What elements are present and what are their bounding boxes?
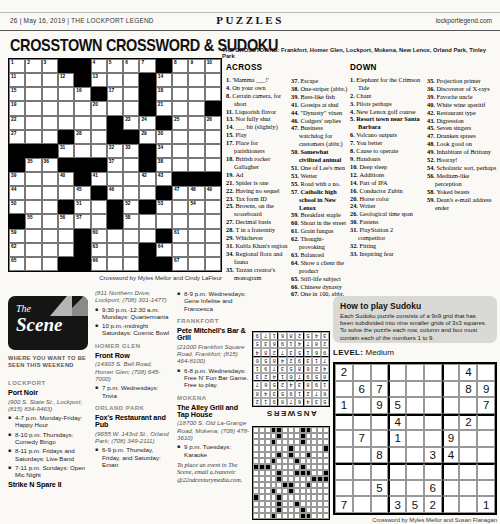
crossword-cell-7-11[interactable] [172, 144, 188, 158]
crossword-cell-12-9[interactable] [139, 214, 155, 228]
crossword-cell-14-10[interactable]: 64 [156, 243, 172, 257]
sudoku-cell-2-3[interactable]: 7 [371, 381, 389, 398]
crossword-cell-15-1[interactable]: 65 [9, 257, 25, 271]
answer-sudoku-cell-6-4: 9 [295, 357, 303, 365]
sudoku-cell-2-1[interactable] [335, 381, 353, 398]
sudoku-cell-2-5[interactable] [406, 381, 424, 398]
sudoku-cell-3-2[interactable] [353, 397, 371, 414]
across-clue-18: 18. British rocker Gallagher [226, 155, 290, 171]
sudoku-cell-4-5[interactable] [406, 414, 424, 431]
crossword-cell-11-6[interactable] [91, 200, 107, 214]
crossword-cell-8-13[interactable] [205, 158, 221, 172]
crossword-cell-6-2[interactable] [25, 130, 41, 144]
sudoku-cell-4-1[interactable] [335, 414, 353, 431]
scene-venue-name: Strike N Spare II [8, 481, 90, 488]
crossword-cell-13-12[interactable] [188, 229, 204, 243]
crossword-cell-2-10[interactable]: 14 [156, 73, 172, 87]
clue-number: 59 [11, 230, 16, 235]
sudoku-cell-1-8[interactable]: 4 [459, 364, 477, 381]
sudoku-cell-4-6[interactable] [424, 414, 442, 431]
crossword-cell-6-12[interactable] [188, 130, 204, 144]
sudoku-cell-9-5[interactable]: 5 [406, 496, 424, 513]
crossword-cell-6-5[interactable]: 28 [74, 130, 90, 144]
answer-crossword-cell-6-12 [259, 482, 265, 488]
sudoku-cell-6-8[interactable] [459, 447, 477, 464]
crossword-cell-10-2[interactable] [25, 186, 41, 200]
sudoku-cell-9-3[interactable] [371, 496, 389, 513]
crossword-cell-5-6[interactable] [91, 116, 107, 130]
sudoku-cell-9-9[interactable]: 1 [477, 496, 495, 513]
sudoku-cell-2-6[interactable] [424, 381, 442, 398]
crossword-cell-5-2[interactable] [25, 116, 41, 130]
crossword-cell-12-4[interactable]: 56 [58, 214, 74, 228]
crossword-cell-14-6[interactable]: 63 [91, 243, 107, 257]
crossword-cell-2-2[interactable] [25, 73, 41, 87]
sudoku-cell-3-4[interactable]: 5 [388, 397, 406, 414]
crossword-cell-7-12[interactable] [188, 144, 204, 158]
sudoku-cell-1-6[interactable] [424, 364, 442, 381]
crossword-cell-13-3[interactable] [42, 229, 58, 243]
crossword-cell-14-8[interactable] [123, 243, 139, 257]
crossword-cell-10-12[interactable]: 48 [188, 186, 204, 200]
answer-crossword-cell-8-7 [288, 470, 294, 476]
down-clue-14: 14. Part of IPA [350, 179, 422, 187]
sudoku-cell-1-9[interactable] [477, 364, 495, 381]
crossword-cell-12-5[interactable]: 57 [74, 214, 90, 228]
crossword-cell-7-6[interactable] [91, 144, 107, 158]
crossword-cell-4-8[interactable] [123, 101, 139, 115]
crossword-cell-15-2[interactable] [25, 257, 41, 271]
crossword-cell-15-13[interactable] [205, 257, 221, 271]
crossword-cell-15-7[interactable] [107, 257, 123, 271]
crossword-cell-14-2[interactable] [25, 243, 41, 257]
crossword-cell-13-13[interactable] [205, 229, 221, 243]
crossword-cell-13-7[interactable] [107, 229, 123, 243]
crossword-cell-8-11[interactable] [172, 158, 188, 172]
crossword-cell-13-6[interactable]: 60 [91, 229, 107, 243]
answer-crossword-cell-13-11 [265, 439, 271, 445]
crossword-cell-4-5[interactable] [74, 101, 90, 115]
crossword-cell-5-9[interactable]: 24 [139, 116, 155, 130]
sudoku-cell-7-7[interactable] [442, 463, 460, 480]
crossword-cell-13-4[interactable] [58, 229, 74, 243]
answer-crossword-cell-1-13 [253, 513, 259, 519]
crossword-cell-2-12[interactable] [188, 73, 204, 87]
crossword-cell-3-13[interactable] [205, 87, 221, 101]
crossword-cell-2-13[interactable] [205, 73, 221, 87]
crossword-cell-8-12[interactable] [188, 158, 204, 172]
answer-sudoku-cell-5-5: 5 [287, 365, 295, 373]
sudoku-cell-4-2[interactable] [353, 414, 371, 431]
sudoku-cell-8-3[interactable]: 5 [371, 480, 389, 497]
crossword-cell-12-6[interactable] [91, 214, 107, 228]
answer-sudoku-cell-3-2: 9 [312, 381, 320, 389]
crossword-cell-3-7[interactable]: 17 [107, 87, 123, 101]
down-clues-column-1: DOWN 1. Elephant for the Crimson Tide2. … [350, 64, 422, 258]
sudoku-cell-7-9[interactable] [477, 463, 495, 480]
how-to-play-box: How to play Sudoku Each Sudoku puzzle co… [333, 296, 497, 343]
crossword-cell-15-12[interactable] [188, 257, 204, 271]
crossword-cell-9-10[interactable]: 43 [156, 172, 172, 186]
crossword-cell-9-1[interactable]: 39 [9, 172, 25, 186]
scene-event-item: 7-11 p.m. Sundays: Open Mic Night [8, 464, 90, 479]
crossword-cell-3-2[interactable] [25, 87, 41, 101]
sudoku-cell-6-9[interactable] [477, 447, 495, 464]
crossword-cell-5-13[interactable]: 26 [205, 116, 221, 130]
answer-crossword-cell-8-11 [265, 470, 271, 476]
crossword-cell-9-8[interactable] [123, 172, 139, 186]
sudoku-cell-1-4[interactable] [388, 364, 406, 381]
answer-crossword-cell-10-9 [276, 458, 282, 464]
sudoku-cell-8-2[interactable] [353, 480, 371, 497]
answer-crossword-cell-13-7 [288, 439, 294, 445]
crossword-cell-5-1[interactable]: 22 [9, 116, 25, 130]
sudoku-cell-9-2[interactable] [353, 496, 371, 513]
crossword-cell-9-6[interactable]: 41 [91, 172, 107, 186]
crossword-cell-11-3[interactable] [42, 200, 58, 214]
crossword-cell-6-1[interactable]: 27 [9, 130, 25, 144]
crossword-cell-1-7[interactable]: 5 [107, 59, 123, 73]
sudoku-cell-4-8[interactable]: 2 [459, 414, 477, 431]
sudoku-cell-8-8[interactable] [459, 480, 477, 497]
answer-crossword-cell-8-13 [253, 470, 259, 476]
sudoku-cell-9-7[interactable] [442, 496, 460, 513]
crossword-cell-8-7[interactable]: 37 [107, 158, 123, 172]
crossword-cell-14-12[interactable] [188, 243, 204, 257]
crossword-cell-2-3[interactable] [42, 73, 58, 87]
down-clue-8: 8. Cause to operate [350, 147, 422, 155]
answer-crossword-cell-15-11 [265, 427, 271, 433]
crossword-cell-14-13[interactable] [205, 243, 221, 257]
crossword-cell-3-11[interactable] [172, 87, 188, 101]
sudoku-cell-3-7[interactable] [442, 397, 460, 414]
answer-crossword-cell-11-7 [288, 452, 294, 458]
answer-sudoku-cell-6-8: 5 [261, 357, 269, 365]
crossword-grid[interactable]: 1234567891011121314151617181920212223242… [8, 58, 222, 272]
sudoku-cell-2-7[interactable] [442, 381, 460, 398]
crossword-cell-10-11[interactable]: 47 [172, 186, 188, 200]
crossword-cell-13-8[interactable] [123, 229, 139, 243]
crossword-cell-3-1[interactable]: 15 [9, 87, 25, 101]
sudoku-cell-5-1[interactable] [335, 430, 353, 447]
crossword-cell-7-5[interactable] [74, 144, 90, 158]
crossword-cell-5-12[interactable] [188, 116, 204, 130]
crossword-cell-3-4[interactable] [58, 87, 74, 101]
sudoku-cell-7-2[interactable] [353, 463, 371, 480]
crossword-cell-2-1[interactable]: 11 [9, 73, 25, 87]
sudoku-cell-7-4[interactable] [388, 463, 406, 480]
crossword-cell-14-4[interactable] [58, 243, 74, 257]
sudoku-cell-4-3[interactable] [371, 414, 389, 431]
sudoku-cell-1-3[interactable] [371, 364, 389, 381]
sudoku-cell-8-6[interactable]: 6 [424, 480, 442, 497]
crossword-cell-6-9[interactable]: 29 [139, 130, 155, 144]
clue-number: 40 [60, 173, 65, 178]
crossword-cell-14-7[interactable] [107, 243, 123, 257]
scene-venue-name: The Alley Grill and Tap House [177, 404, 250, 419]
answer-crossword-cell-3-10 [271, 501, 277, 507]
crossword-cell-12-11[interactable] [172, 214, 188, 228]
sudoku-cell-7-8[interactable] [459, 463, 477, 480]
answer-crossword-cell-5-8 [282, 488, 288, 494]
clue-number: 39 [11, 173, 16, 178]
sudoku-cell-3-3[interactable]: 9 [371, 397, 389, 414]
crossword-cell-1-11[interactable]: 8 [172, 59, 188, 73]
crossword-cell-4-10[interactable]: 21 [156, 101, 172, 115]
crossword-cell-11-9 [139, 200, 155, 214]
sudoku-cell-1-5[interactable] [406, 364, 424, 381]
crossword-cell-10-8[interactable] [123, 186, 139, 200]
crossword-cell-5-8[interactable]: 23 [123, 116, 139, 130]
crossword-cell-6-13[interactable] [205, 130, 221, 144]
crossword-cell-12-10[interactable] [156, 214, 172, 228]
answer-crossword-cell-8-1 [323, 470, 329, 476]
across-clue-17: 17. Place for parishioners [226, 139, 290, 155]
crossword-cell-11-12[interactable]: 54 [188, 200, 204, 214]
sudoku-cell-9-6[interactable]: 2 [424, 496, 442, 513]
crossword-cell-10-4[interactable] [58, 186, 74, 200]
sudoku-cell-2-9[interactable]: 9 [477, 381, 495, 398]
crossword-cell-12-2[interactable]: 55 [25, 214, 41, 228]
sudoku-cell-6-4[interactable] [388, 447, 406, 464]
sudoku-cell-5-5[interactable] [406, 430, 424, 447]
crossword-cell-3-5[interactable]: 16 [74, 87, 90, 101]
answer-crossword-cell-12-8 [282, 445, 288, 451]
crossword-cell-8-10[interactable]: 38 [156, 158, 172, 172]
sudoku-cell-9-4[interactable]: 3 [388, 496, 406, 513]
sudoku-cell-2-2[interactable]: 6 [353, 381, 371, 398]
crossword-cell-1-12[interactable]: 9 [188, 59, 204, 73]
crossword-cell-3-12[interactable] [188, 87, 204, 101]
answer-sudoku-cell-6-1: 7 [321, 357, 329, 365]
crossword-cell-9-2[interactable] [25, 172, 41, 186]
clue-number: 30 [158, 131, 163, 136]
crossword-cell-5-3[interactable] [42, 116, 58, 130]
crossword-cell-4-12[interactable] [188, 101, 204, 115]
sudoku-cell-7-6[interactable] [424, 463, 442, 480]
crossword-cell-2-4[interactable]: 12 [58, 73, 74, 87]
crossword-cell-9-7[interactable] [107, 172, 123, 186]
crossword-cell-7-10[interactable]: 34 [156, 144, 172, 158]
answer-crossword-cell-4-8 [282, 494, 288, 500]
clue-number: 62 [11, 244, 16, 249]
crossword-cell-7-8[interactable]: 33 [123, 144, 139, 158]
answer-crossword-cell-14-7 [288, 433, 294, 439]
crossword-cell-9-4[interactable]: 40 [58, 172, 74, 186]
crossword-cell-10-5[interactable]: 45 [74, 186, 90, 200]
sudoku-cell-4-4[interactable]: 4 [388, 414, 406, 431]
crossword-cell-4-3[interactable] [42, 101, 58, 115]
crossword-cell-2-6[interactable]: 13 [91, 73, 107, 87]
sudoku-cell-8-4[interactable] [388, 480, 406, 497]
sudoku-cell-5-4[interactable]: 1 [388, 430, 406, 447]
crossword-cell-3-8[interactable] [123, 87, 139, 101]
crossword-cell-15-3[interactable] [42, 257, 58, 271]
crossword-cell-9-13 [205, 172, 221, 186]
sudoku-cell-5-2[interactable]: 7 [353, 430, 371, 447]
sudoku-cell-5-3[interactable] [371, 430, 389, 447]
answer-sudoku-cell-7-2: 6 [312, 348, 320, 356]
crossword-cell-15-6[interactable]: 66 [91, 257, 107, 271]
crossword-cell-4-1[interactable]: 19 [9, 101, 25, 115]
crossword-cell-11-1[interactable]: 50 [9, 200, 25, 214]
sudoku-cell-3-5[interactable] [406, 397, 424, 414]
crossword-cell-14-3[interactable] [42, 243, 58, 257]
crossword-cell-1-8[interactable]: 6 [123, 59, 139, 73]
crossword-cell-4-6[interactable]: 20 [91, 101, 107, 115]
sudoku-cell-9-1[interactable]: 7 [335, 496, 353, 513]
crossword-cell-1-2[interactable]: 2 [25, 59, 41, 73]
crossword-cell-14-5 [74, 243, 90, 257]
across-clue-57: 57. Catholic high school in New Lenox [291, 188, 348, 212]
sudoku-cell-3-1[interactable]: 1 [335, 397, 353, 414]
sudoku-cell-6-6[interactable]: 3 [424, 447, 442, 464]
sudoku-cell-5-9[interactable] [477, 430, 495, 447]
across-clue-66: 66. Chinese dynasty [291, 283, 348, 291]
crossword-cell-8-2[interactable]: 35 [25, 158, 41, 172]
crossword-cell-11-8[interactable]: 52 [123, 200, 139, 214]
sudoku-cell-5-6[interactable] [424, 430, 442, 447]
crossword-cell-15-8[interactable] [123, 257, 139, 271]
sudoku-cell-5-7[interactable]: 9 [442, 430, 460, 447]
crossword-cell-1-9[interactable]: 7 [139, 59, 155, 73]
sudoku-cell-7-3[interactable] [371, 463, 389, 480]
clue-number: 57 [76, 215, 81, 220]
sudoku-cell-4-7[interactable] [442, 414, 460, 431]
crossword-cell-6-3[interactable] [42, 130, 58, 144]
crossword-cell-8-3[interactable]: 36 [42, 158, 58, 172]
answer-crossword-cell-1-3 [311, 513, 317, 519]
crossword-cell-5-5[interactable] [74, 116, 90, 130]
answer-crossword-cell-10-10 [271, 458, 277, 464]
crossword-cell-3-3[interactable] [42, 87, 58, 101]
sudoku-cell-2-4[interactable] [388, 381, 406, 398]
crossword-cell-11-2[interactable] [25, 200, 41, 214]
clue-number: 6 [125, 60, 128, 65]
sudoku-cell-6-3[interactable]: 8 [371, 447, 389, 464]
crossword-cell-6-6[interactable] [91, 130, 107, 144]
logo-scene-text: Scene [16, 314, 62, 336]
crossword-cell-7-13[interactable] [205, 144, 221, 158]
answer-sudoku-cell-4-6: 1 [278, 373, 286, 381]
sudoku-cell-6-5[interactable] [406, 447, 424, 464]
crossword-cell-11-10[interactable]: 53 [156, 200, 172, 214]
crossword-cell-11-13[interactable] [205, 200, 221, 214]
crossword-cell-12-13[interactable] [205, 214, 221, 228]
sudoku-cell-3-9[interactable]: 7 [477, 397, 495, 414]
sudoku-cell-4-9[interactable] [477, 414, 495, 431]
crossword-cell-2-7[interactable] [107, 73, 123, 87]
crossword-cell-8-8[interactable] [123, 158, 139, 172]
sudoku-cell-1-7[interactable] [442, 364, 460, 381]
down-clue-45: 45. Seven singers [427, 124, 497, 132]
down-header: DOWN [350, 64, 415, 72]
sudoku-cell-8-5[interactable] [406, 480, 424, 497]
crossword-cell-10-3[interactable] [42, 186, 58, 200]
crossword-cell-1-1[interactable]: 1 [9, 59, 25, 73]
answer-crossword-cell-15-5 [300, 427, 306, 433]
answer-sudoku-cell-8-4: 4 [295, 340, 303, 348]
answer-crossword-cell-1-2 [317, 513, 323, 519]
crossword-cell-10-13[interactable]: 49 [205, 186, 221, 200]
sudoku-cell-6-7[interactable]: 4 [442, 447, 460, 464]
sudoku-cell-1-1[interactable]: 2 [335, 364, 353, 381]
answer-sudoku-cell-2-6: 5 [278, 390, 286, 398]
crossword-cell-8-5 [74, 158, 90, 172]
crossword-cell-10-1[interactable]: 44 [9, 186, 25, 200]
sudoku-cell-8-9[interactable] [477, 480, 495, 497]
crossword-cell-14-1[interactable]: 62 [9, 243, 25, 257]
crossword-cell-4-11[interactable] [172, 101, 188, 115]
answer-sudoku-cell-8-6: 9 [278, 340, 286, 348]
crossword-cell-13-1[interactable]: 59 [9, 229, 25, 243]
sudoku-cell-3-8[interactable] [459, 397, 477, 414]
sudoku-cell-1-2[interactable] [353, 364, 371, 381]
crossword-cell-4-4[interactable] [58, 101, 74, 115]
crossword-cell-9-9[interactable]: 42 [139, 172, 155, 186]
sudoku-cell-9-8[interactable] [459, 496, 477, 513]
crossword-cell-12-12[interactable] [188, 214, 204, 228]
sudoku-cell-6-2[interactable] [353, 447, 371, 464]
answer-crossword-cell-14-12 [259, 433, 265, 439]
answer-crossword-cell-5-13 [253, 488, 259, 494]
crossword-cell-13-2[interactable] [25, 229, 41, 243]
crossword-cell-10-7[interactable]: 46 [107, 186, 123, 200]
crossword-cell-11-5[interactable]: 51 [74, 200, 90, 214]
sudoku-cell-7-1[interactable] [335, 463, 353, 480]
clue-number: 22 [11, 117, 16, 122]
sudoku-cell-7-5[interactable] [406, 463, 424, 480]
crossword-cell-12-8[interactable]: 58 [123, 214, 139, 228]
crossword-cell-11-11[interactable] [172, 200, 188, 214]
answer-crossword-cell-14-6 [294, 433, 300, 439]
crossword-cell-13-11[interactable]: 61 [172, 229, 188, 243]
sudoku-cell-6-1[interactable] [335, 447, 353, 464]
scene-venue-address: (9655 W. 143rd St., Orland Park; (708) 3… [95, 430, 170, 445]
sudoku-cell-2-8[interactable]: 8 [459, 381, 477, 398]
crossword-cell-1-13[interactable]: 10 [205, 59, 221, 73]
crossword-cell-5-11[interactable]: 25 [172, 116, 188, 130]
scene-footer-note: To place an event in The Scene, email a.… [177, 461, 250, 483]
sudoku-cell-5-8[interactable] [459, 430, 477, 447]
crossword-cell-14-11[interactable] [172, 243, 188, 257]
across-clue-55: 55. Road with a no. [291, 180, 348, 188]
crossword-cell-6-11[interactable] [172, 130, 188, 144]
crossword-cell-2-8[interactable] [123, 73, 139, 87]
sudoku-cell-8-1[interactable] [335, 480, 353, 497]
crossword-cell-2-11[interactable] [172, 73, 188, 87]
crossword-cell-1-3[interactable]: 3 [42, 59, 58, 73]
crossword-cell-13-9[interactable] [139, 229, 155, 243]
crossword-cell-1-6[interactable]: 4 [91, 59, 107, 73]
crossword-cell-15-11[interactable]: 67 [172, 257, 188, 271]
answer-sudoku-cell-9-9: 9 [253, 332, 261, 340]
crossword-cell-12-3[interactable] [42, 214, 58, 228]
sudoku-grid[interactable]: 2467891957427198345673521 [333, 362, 497, 515]
crossword-cell-9-3[interactable] [42, 172, 58, 186]
crossword-cell-3-10[interactable]: 18 [156, 87, 172, 101]
sudoku-cell-3-6[interactable] [424, 397, 442, 414]
crossword-cell-6-10[interactable]: 30 [156, 130, 172, 144]
crossword-cell-7-7[interactable]: 32 [107, 144, 123, 158]
sudoku-cell-8-7[interactable] [442, 480, 460, 497]
crossword-cell-10-9[interactable] [139, 186, 155, 200]
crossword-cell-4-2[interactable] [25, 101, 41, 115]
answer-crossword-cell-3-7 [288, 501, 294, 507]
crossword-cell-4-7[interactable] [107, 101, 123, 115]
crossword-cell-5-4[interactable] [58, 116, 74, 130]
crossword-cell-7-4[interactable]: 31 [58, 144, 74, 158]
